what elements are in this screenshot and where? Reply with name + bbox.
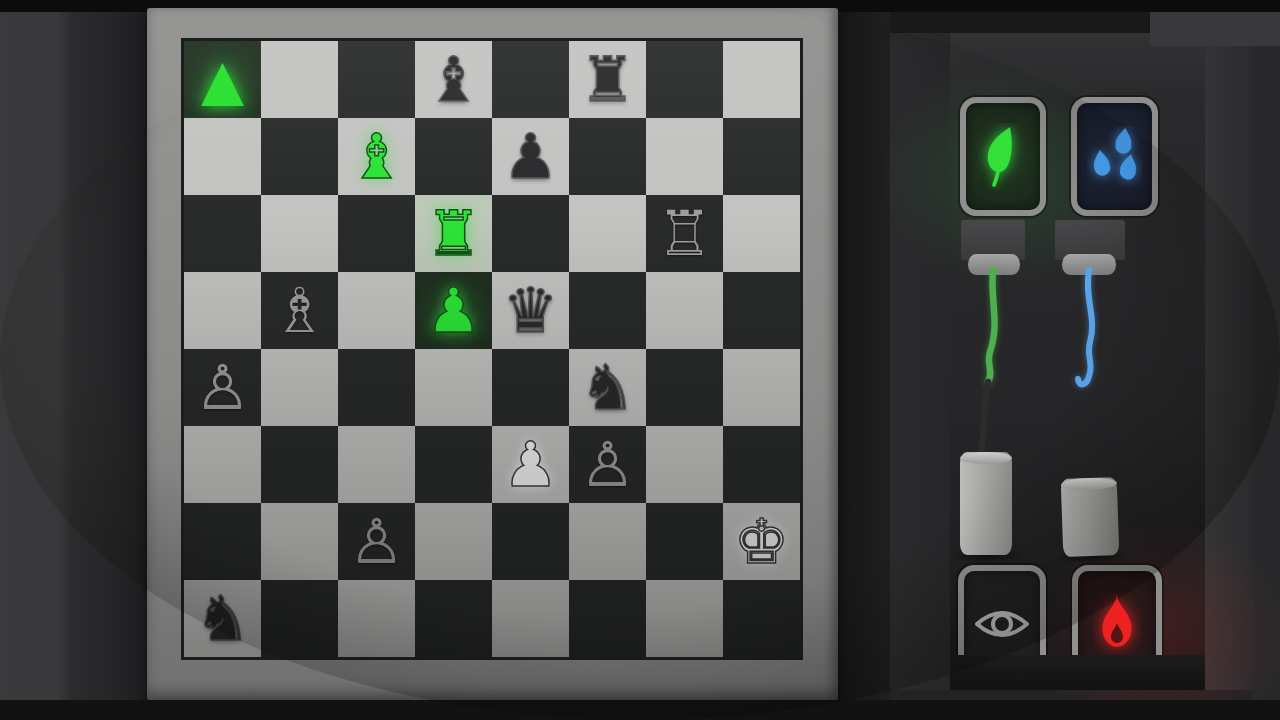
square-f2[interactable] xyxy=(569,503,646,580)
square-e8[interactable] xyxy=(492,41,569,118)
square-c4[interactable] xyxy=(338,349,415,426)
square-g2[interactable] xyxy=(646,503,723,580)
square-g5[interactable] xyxy=(646,272,723,349)
square-f8[interactable]: ♜ xyxy=(569,41,646,118)
square-d4[interactable] xyxy=(415,349,492,426)
square-g4[interactable] xyxy=(646,349,723,426)
square-b4[interactable] xyxy=(261,349,338,426)
left-cylinder[interactable] xyxy=(960,452,1012,555)
outline-pawn[interactable]: ♙ xyxy=(195,357,251,419)
black-rook[interactable]: ♜ xyxy=(580,49,636,111)
white-pawn[interactable]: ♟ xyxy=(503,434,559,496)
square-h6[interactable] xyxy=(723,195,800,272)
square-b6[interactable] xyxy=(261,195,338,272)
square-d2[interactable] xyxy=(415,503,492,580)
square-d6[interactable]: ♜ xyxy=(415,195,492,272)
square-b1[interactable] xyxy=(261,580,338,657)
square-a7[interactable] xyxy=(184,118,261,195)
square-a1[interactable]: ♞ xyxy=(184,580,261,657)
leaf-icon xyxy=(977,123,1029,191)
square-h1[interactable] xyxy=(723,580,800,657)
square-g7[interactable] xyxy=(646,118,723,195)
square-c2[interactable]: ♙ xyxy=(338,503,415,580)
square-c8[interactable] xyxy=(338,41,415,118)
left-wall xyxy=(0,12,147,720)
cylinder-lip xyxy=(1061,477,1117,491)
square-f6[interactable] xyxy=(569,195,646,272)
alcove-floor xyxy=(950,655,1205,690)
square-f3[interactable]: ♙ xyxy=(569,426,646,503)
triangle-marker[interactable]: ▲ xyxy=(201,52,244,108)
square-g1[interactable] xyxy=(646,580,723,657)
square-h2[interactable]: ♚ xyxy=(723,503,800,580)
square-f4[interactable]: ♞ xyxy=(569,349,646,426)
square-g6[interactable]: ♖ xyxy=(646,195,723,272)
square-a8[interactable]: ▲ xyxy=(184,41,261,118)
square-a6[interactable] xyxy=(184,195,261,272)
black-bishop[interactable]: ♝ xyxy=(426,49,482,111)
square-b3[interactable] xyxy=(261,426,338,503)
square-d5[interactable]: ♟ xyxy=(415,272,492,349)
square-f1[interactable] xyxy=(569,580,646,657)
square-e7[interactable]: ♟ xyxy=(492,118,569,195)
right-cylinder[interactable] xyxy=(1061,477,1120,557)
square-e3[interactable]: ♟ xyxy=(492,426,569,503)
square-a5[interactable] xyxy=(184,272,261,349)
square-c3[interactable] xyxy=(338,426,415,503)
square-a4[interactable]: ♙ xyxy=(184,349,261,426)
square-e5[interactable]: ♛ xyxy=(492,272,569,349)
square-c6[interactable] xyxy=(338,195,415,272)
alcove-right-wall xyxy=(1205,33,1253,690)
square-c5[interactable] xyxy=(338,272,415,349)
black-knight[interactable]: ♞ xyxy=(195,588,251,650)
black-pawn[interactable]: ♟ xyxy=(503,126,559,188)
square-d1[interactable] xyxy=(415,580,492,657)
chess-board[interactable]: ▲♝♜♝♟♜♖♗♟♛♙♞♟♙♙♚♞ xyxy=(184,41,800,657)
square-f7[interactable] xyxy=(569,118,646,195)
square-b2[interactable] xyxy=(261,503,338,580)
square-e6[interactable] xyxy=(492,195,569,272)
square-e1[interactable] xyxy=(492,580,569,657)
wall-shadow xyxy=(838,12,890,720)
floor xyxy=(0,700,1280,720)
square-g3[interactable] xyxy=(646,426,723,503)
blue-wire xyxy=(1078,270,1092,384)
square-h7[interactable] xyxy=(723,118,800,195)
square-h5[interactable] xyxy=(723,272,800,349)
leaf-button[interactable] xyxy=(960,97,1046,216)
square-b7[interactable] xyxy=(261,118,338,195)
alcove-outer-wall xyxy=(890,33,950,690)
green-rook[interactable]: ♜ xyxy=(426,203,482,265)
water-button[interactable] xyxy=(1071,97,1158,216)
black-knight[interactable]: ♞ xyxy=(580,357,636,419)
far-right-wall xyxy=(1253,12,1280,720)
square-b5[interactable]: ♗ xyxy=(261,272,338,349)
square-e4[interactable] xyxy=(492,349,569,426)
cylinder-lip xyxy=(960,452,1012,464)
eye-icon xyxy=(973,604,1031,644)
square-c1[interactable] xyxy=(338,580,415,657)
square-d3[interactable] xyxy=(415,426,492,503)
square-d8[interactable]: ♝ xyxy=(415,41,492,118)
square-f5[interactable] xyxy=(569,272,646,349)
square-b8[interactable] xyxy=(261,41,338,118)
outline-bishop[interactable]: ♗ xyxy=(272,280,328,342)
square-h3[interactable] xyxy=(723,426,800,503)
flame-icon xyxy=(1093,593,1141,655)
square-g8[interactable] xyxy=(646,41,723,118)
green-bishop[interactable]: ♝ xyxy=(349,126,405,188)
water-drops-icon xyxy=(1087,126,1143,188)
square-a2[interactable] xyxy=(184,503,261,580)
square-c7[interactable]: ♝ xyxy=(338,118,415,195)
green-pawn[interactable]: ♟ xyxy=(426,280,482,342)
outline-rook[interactable]: ♖ xyxy=(657,203,713,265)
square-e2[interactable] xyxy=(492,503,569,580)
puzzle-room-scene: ▲♝♜♝♟♜♖♗♟♛♙♞♟♙♙♚♞ xyxy=(0,0,1280,720)
square-a3[interactable] xyxy=(184,426,261,503)
green-wire xyxy=(988,270,995,382)
square-d7[interactable] xyxy=(415,118,492,195)
outline-pawn[interactable]: ♙ xyxy=(580,434,636,496)
square-h8[interactable] xyxy=(723,41,800,118)
white-king[interactable]: ♚ xyxy=(734,511,790,573)
outline-pawn[interactable]: ♙ xyxy=(349,511,405,573)
black-queen[interactable]: ♛ xyxy=(503,280,559,342)
square-h4[interactable] xyxy=(723,349,800,426)
black-wire xyxy=(980,382,988,458)
